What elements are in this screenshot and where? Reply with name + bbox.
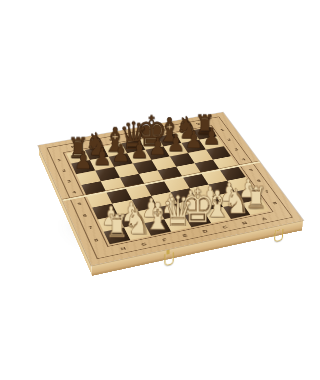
rank-label-right-4: 4: [241, 158, 246, 162]
brass-latch-icon: [164, 252, 173, 266]
file-label-front-f: F: [162, 238, 168, 243]
rank-label-right-3: 3: [234, 148, 239, 152]
rank-label-left-4: 4: [72, 190, 77, 194]
file-label-front-c: C: [222, 225, 229, 230]
board-scene: ♜♞♝♛♚♝♞♜♟♟♟♟♟♟♟♟♟♟♟♟♟♟♟♟♜♞♝♛♚♝♞♜ HGFEDCB…: [0, 0, 320, 380]
square-h8: ♜: [104, 227, 131, 244]
file-label-front-g: G: [141, 242, 148, 247]
file-label-front-e: E: [182, 233, 188, 238]
brass-latch-icon: [274, 229, 283, 243]
file-label-front-b: B: [241, 221, 248, 226]
file-label-front-h: H: [120, 246, 126, 251]
rank-label-left-3: 3: [67, 179, 72, 183]
rank-label-left-2: 2: [62, 169, 67, 173]
rank-label-left-8: 8: [94, 238, 99, 243]
piece-dark-pawn: ♟: [50, 148, 117, 167]
rank-label-right-5: 5: [248, 168, 253, 172]
piece-light-rook: ♜: [80, 212, 153, 236]
file-label-front-d: D: [202, 229, 209, 234]
board-play-area: ♜♞♝♛♚♝♞♜♟♟♟♟♟♟♟♟♟♟♟♟♟♟♟♟♜♞♝♛♚♝♞♜: [66, 127, 269, 244]
chess-board: ♜♞♝♛♚♝♞♜♟♟♟♟♟♟♟♟♟♟♟♟♟♟♟♟♜♞♝♛♚♝♞♜ HGFEDCB…: [38, 112, 303, 265]
product-photo: ♜♞♝♛♚♝♞♜♟♟♟♟♟♟♟♟♟♟♟♟♟♟♟♟♜♞♝♛♚♝♞♜ HGFEDCB…: [0, 0, 320, 380]
file-label-front-a: A: [261, 217, 268, 221]
square-h3: [76, 171, 101, 185]
